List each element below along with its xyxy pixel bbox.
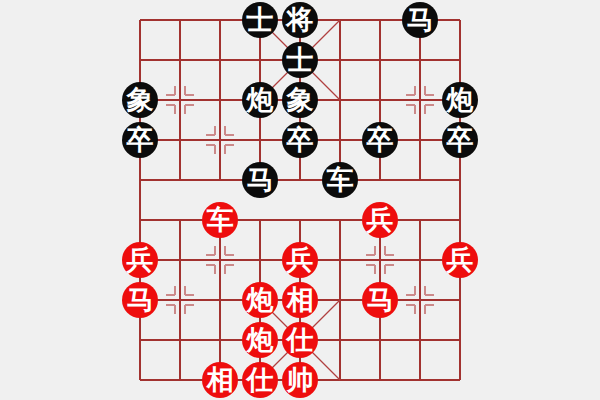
piece-red-cannon[interactable]: 炮 [242,322,278,358]
piece-black-general[interactable]: 将 [282,2,318,38]
piece-layer: 士将马士象炮象炮卒卒卒卒马车车兵兵兵兵马炮相马炮仕相仕帅 [120,0,480,400]
piece-black-soldier[interactable]: 卒 [442,122,478,158]
piece-red-soldier[interactable]: 兵 [282,242,318,278]
piece-black-cannon[interactable]: 炮 [242,82,278,118]
piece-red-elephant[interactable]: 相 [282,282,318,318]
piece-black-elephant[interactable]: 象 [282,82,318,118]
piece-red-elephant[interactable]: 相 [202,362,238,398]
piece-red-advisor[interactable]: 仕 [282,322,318,358]
piece-black-soldier[interactable]: 卒 [122,122,158,158]
piece-black-horse[interactable]: 马 [242,162,278,198]
piece-red-advisor[interactable]: 仕 [242,362,278,398]
piece-black-soldier[interactable]: 卒 [282,122,318,158]
piece-black-soldier[interactable]: 卒 [362,122,398,158]
piece-red-cannon[interactable]: 炮 [242,282,278,318]
piece-red-general[interactable]: 帅 [282,362,318,398]
piece-red-soldier[interactable]: 兵 [362,202,398,238]
piece-red-soldier[interactable]: 兵 [442,242,478,278]
piece-red-horse[interactable]: 马 [122,282,158,318]
xiangqi-screenshot: 士将马士象炮象炮卒卒卒卒马车车兵兵兵兵马炮相马炮仕相仕帅 [0,0,600,400]
piece-red-chariot[interactable]: 车 [202,202,238,238]
piece-black-horse[interactable]: 马 [402,2,438,38]
piece-red-horse[interactable]: 马 [362,282,398,318]
xiangqi-board[interactable]: 士将马士象炮象炮卒卒卒卒马车车兵兵兵兵马炮相马炮仕相仕帅 [120,0,480,400]
piece-black-elephant[interactable]: 象 [122,82,158,118]
piece-black-advisor[interactable]: 士 [242,2,278,38]
piece-black-chariot[interactable]: 车 [322,162,358,198]
piece-red-soldier[interactable]: 兵 [122,242,158,278]
piece-black-advisor[interactable]: 士 [282,42,318,78]
piece-black-cannon[interactable]: 炮 [442,82,478,118]
